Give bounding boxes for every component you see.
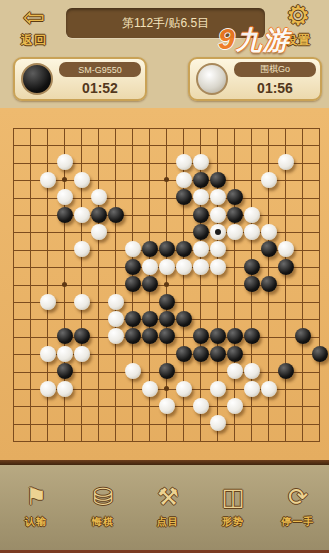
white-stone [210,259,226,275]
toolbar-icon-3: ⚒ [140,483,196,511]
black-player-timer: 01:52 [59,80,141,96]
white-stone [40,294,56,310]
white-stone [91,189,107,205]
back-button-label: 返回 [21,33,47,47]
toolbar-icon-4: ◫ [205,483,261,511]
white-stone [244,381,260,397]
white-stone [74,346,90,362]
black-stone [261,241,277,257]
white-player-avatar [196,63,228,95]
black-stone [125,276,141,292]
black-stone [108,207,124,223]
white-stone [210,189,226,205]
toolbar-icon-1: ⚑ [8,483,64,511]
white-stone [261,224,277,240]
white-stone [193,241,209,257]
white-stone [278,154,294,170]
back-arrow-icon: ⇦ [8,4,60,30]
white-stone [261,172,277,188]
board-grid [5,119,328,450]
white-stone [227,363,243,379]
white-stone [74,241,90,257]
toolbar-button-4[interactable]: ◫形势 [205,483,261,529]
white-stone [244,224,260,240]
toolbar-label-5: 停一手 [282,516,315,527]
white-stone [193,189,209,205]
black-stone [159,363,175,379]
black-stone [125,328,141,344]
last-move-marker [215,229,221,235]
white-stone [193,154,209,170]
back-button[interactable]: ⇦ 返回 [8,4,60,52]
black-stone [176,189,192,205]
white-stone [125,241,141,257]
white-stone [74,207,90,223]
white-stone [278,241,294,257]
white-stone [142,381,158,397]
black-stone [193,346,209,362]
black-stone [142,241,158,257]
black-stone [227,189,243,205]
toolbar-label-3: 点目 [157,516,179,527]
white-stone [210,381,226,397]
black-stone [176,241,192,257]
black-stone [312,346,328,362]
black-stone [193,172,209,188]
black-stone [210,172,226,188]
white-stone [244,207,260,223]
toolbar-icon-5: ⟳ [270,483,326,511]
toolbar-label-4: 形势 [222,516,244,527]
star-point [62,177,67,182]
black-stone [159,328,175,344]
black-stone [125,259,141,275]
watermark-9-icon: 9 [218,22,236,55]
white-stone [57,189,73,205]
star-point [164,177,169,182]
white-stone [57,346,73,362]
white-stone [74,172,90,188]
white-player-name-pill: 围棋Go [234,62,316,77]
white-stone [159,259,175,275]
white-stone [108,294,124,310]
white-stone [227,224,243,240]
white-stone [244,363,260,379]
white-stone [176,172,192,188]
white-stone [91,224,107,240]
star-point [164,386,169,391]
black-stone [193,224,209,240]
black-stone [193,207,209,223]
black-stone [57,363,73,379]
black-stone [244,328,260,344]
white-stone [74,294,90,310]
white-stone [210,415,226,431]
white-stone [159,398,175,414]
white-stone [57,154,73,170]
black-stone [227,207,243,223]
white-stone [176,259,192,275]
player-card-black: SM-G9550 01:52 [13,57,147,101]
black-stone [176,346,192,362]
black-stone [159,241,175,257]
toolbar-icon-2: ⛁ [75,483,131,511]
watermark-text: 九游 [236,25,290,55]
black-stone [278,259,294,275]
black-stone [278,363,294,379]
black-stone [295,328,311,344]
player-card-white: 围棋Go 01:56 [188,57,322,101]
white-player-name: 围棋Go [260,63,290,76]
white-stone [193,398,209,414]
bottom-toolbar: ⚑认输⛁悔棋⚒点目◫形势⟳停一手 [0,465,329,553]
toolbar-button-3[interactable]: ⚒点目 [140,483,196,529]
white-player-timer: 01:56 [234,80,316,96]
toolbar-label-2: 悔棋 [92,516,114,527]
white-stone [193,259,209,275]
black-stone [57,207,73,223]
black-stone [91,207,107,223]
go-board[interactable] [0,108,329,460]
white-stone [108,328,124,344]
white-stone [108,311,124,327]
black-stone [142,328,158,344]
black-stone [159,311,175,327]
black-stone [261,276,277,292]
white-stone [227,398,243,414]
black-stone [210,346,226,362]
white-stone [210,241,226,257]
white-stone [210,224,226,240]
white-stone [40,381,56,397]
black-stone [57,328,73,344]
black-stone [227,328,243,344]
black-player-name-pill: SM-G9550 [59,62,141,77]
black-stone [125,311,141,327]
white-stone [176,381,192,397]
black-stone [244,259,260,275]
white-stone [261,381,277,397]
star-point [62,282,67,287]
black-player-avatar [21,63,53,95]
toolbar-button-5[interactable]: ⟳停一手 [270,483,326,529]
black-stone [193,328,209,344]
toolbar-label-1: 认输 [25,516,47,527]
black-stone [176,311,192,327]
black-stone [244,276,260,292]
move-info-text: 第112手/贴6.5目 [122,15,209,32]
white-stone [142,259,158,275]
white-stone [40,346,56,362]
toolbar-button-2[interactable]: ⛁悔棋 [75,483,131,529]
black-stone [142,276,158,292]
watermark-badge: 9九游 [218,22,290,58]
toolbar-button-1[interactable]: ⚑认输 [8,483,64,529]
white-stone [210,207,226,223]
black-stone [159,294,175,310]
black-stone [227,346,243,362]
white-stone [125,363,141,379]
star-point [164,282,169,287]
black-stone [142,311,158,327]
white-stone [57,381,73,397]
black-stone [210,328,226,344]
black-stone [74,328,90,344]
white-stone [176,154,192,170]
black-player-name: SM-G9550 [78,65,122,75]
white-stone [40,172,56,188]
